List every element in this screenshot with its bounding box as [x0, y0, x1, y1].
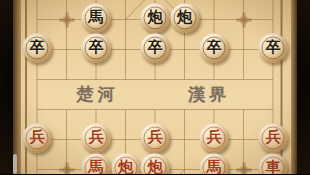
piece-character: 卒 — [207, 40, 222, 55]
piece-red-horse[interactable]: 馬 — [200, 153, 229, 174]
piece-red-pawn[interactable]: 兵 — [200, 123, 229, 152]
point-marker — [236, 12, 251, 27]
piece-black-pawn[interactable]: 卒 — [200, 33, 229, 62]
piece-character: 車 — [266, 160, 281, 175]
river-label-right: 漢界 — [188, 83, 230, 106]
piece-character: 兵 — [89, 130, 104, 145]
piece-red-horse[interactable]: 馬 — [82, 153, 111, 174]
piece-black-pawn[interactable]: 卒 — [141, 33, 170, 62]
piece-character: 卒 — [89, 40, 104, 55]
piece-character: 炮 — [118, 160, 133, 175]
piece-black-pawn[interactable]: 卒 — [23, 33, 52, 62]
board-left-edge — [13, 0, 21, 174]
piece-black-pawn[interactable]: 卒 — [259, 33, 288, 62]
piece-character: 炮 — [148, 10, 163, 25]
piece-black-pawn[interactable]: 卒 — [82, 33, 111, 62]
ui-artifact-bar — [13, 154, 17, 174]
piece-black-horse[interactable]: 馬 — [82, 3, 111, 32]
piece-black-cannon[interactable]: 炮 — [170, 3, 199, 32]
piece-character: 馬 — [89, 10, 104, 25]
piece-character: 炮 — [177, 10, 192, 25]
piece-character: 兵 — [207, 130, 222, 145]
piece-black-cannon[interactable]: 炮 — [141, 3, 170, 32]
piece-character: 卒 — [148, 40, 163, 55]
piece-red-pawn[interactable]: 兵 — [259, 123, 288, 152]
piece-character: 炮 — [148, 160, 163, 175]
piece-character: 卒 — [30, 40, 45, 55]
piece-character: 兵 — [266, 130, 281, 145]
piece-character: 兵 — [148, 130, 163, 145]
xiangqi-app-screen: 楚河 漢界 馬炮炮卒卒卒卒卒兵兵兵兵兵馬炮炮馬車 — [0, 0, 310, 174]
piece-red-pawn[interactable]: 兵 — [141, 123, 170, 152]
river-label-left: 楚河 — [77, 83, 119, 106]
piece-red-pawn[interactable]: 兵 — [82, 123, 111, 152]
piece-character: 卒 — [266, 40, 281, 55]
piece-red-cannon[interactable]: 炮 — [141, 153, 170, 174]
point-marker — [59, 12, 74, 27]
piece-red-cannon[interactable]: 炮 — [111, 153, 140, 174]
piece-red-pawn[interactable]: 兵 — [23, 123, 52, 152]
piece-character: 馬 — [89, 160, 104, 175]
point-marker — [236, 162, 251, 174]
piece-character: 馬 — [207, 160, 222, 175]
piece-red-chariot[interactable]: 車 — [259, 153, 288, 174]
point-marker — [59, 162, 74, 174]
board-right-edge — [291, 0, 297, 174]
piece-character: 兵 — [30, 130, 45, 145]
